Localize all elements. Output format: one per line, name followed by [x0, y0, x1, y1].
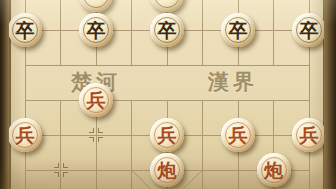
board-left-wood-edge — [0, 0, 9, 189]
board-right-wood-edge — [324, 0, 336, 189]
piece-red-cannon-f8r8[interactable]: 炮 — [257, 153, 291, 187]
piece-glyph: 炮 — [264, 161, 283, 180]
piece-black-pawn-f7r4[interactable]: 卒 — [221, 13, 255, 47]
piece-glyph: 兵 — [300, 126, 319, 145]
piece-black-pawn-f9r4[interactable]: 卒 — [292, 13, 326, 47]
piece-red-cannon-f5r8[interactable]: 炮 — [150, 153, 184, 187]
piece-glyph: 炮 — [158, 161, 177, 180]
piece-red-pawn-f5r7[interactable]: 兵 — [150, 118, 184, 152]
piece-glyph: 兵 — [87, 91, 106, 110]
piece-glyph: 兵 — [16, 126, 35, 145]
piece-black-pawn-f1r4[interactable]: 卒 — [8, 13, 42, 47]
piece-black-pawn-f5r4[interactable]: 卒 — [150, 13, 184, 47]
piece-glyph: 兵 — [229, 126, 248, 145]
piece-black-pawn-f3r4[interactable]: 卒 — [79, 13, 113, 47]
piece-glyph: 卒 — [158, 21, 177, 40]
piece-glyph: 卒 — [16, 21, 35, 40]
piece-glyph: 卒 — [300, 21, 319, 40]
xiangqi-board: 楚河 漢界 卒卒卒卒卒兵兵兵兵兵炮炮 — [0, 0, 336, 189]
point-marker-f2r8 — [53, 162, 69, 178]
piece-red-pawn-f7r7[interactable]: 兵 — [221, 118, 255, 152]
piece-red-pawn-f9r7[interactable]: 兵 — [292, 118, 326, 152]
piece-glyph: 兵 — [158, 126, 177, 145]
point-marker-f3r7 — [88, 127, 104, 143]
piece-glyph: 卒 — [229, 21, 248, 40]
piece-glyph: 卒 — [87, 21, 106, 40]
river-label-han-jie: 漢界 — [208, 68, 258, 96]
piece-red-pawn-f1r7[interactable]: 兵 — [8, 118, 42, 152]
piece-red-pawn-f3r6[interactable]: 兵 — [79, 83, 113, 117]
